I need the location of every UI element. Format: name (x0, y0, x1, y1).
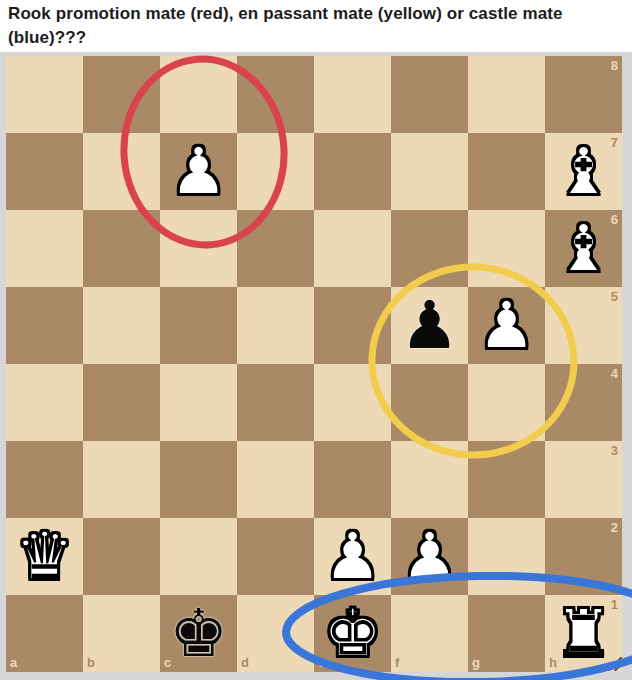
board-square[interactable] (83, 133, 160, 210)
board-square[interactable]: ♛ (6, 518, 83, 595)
board-square[interactable]: 2 (545, 518, 622, 595)
board-square[interactable]: e♚ (314, 595, 391, 672)
board-square[interactable] (6, 364, 83, 441)
board-square[interactable] (83, 287, 160, 364)
board-square[interactable] (314, 441, 391, 518)
board-square[interactable] (6, 56, 83, 133)
file-label: f (395, 656, 399, 669)
board-square[interactable] (83, 210, 160, 287)
piece-white-king[interactable]: ♚ (314, 595, 391, 672)
board-square[interactable] (314, 133, 391, 210)
board-square[interactable] (391, 364, 468, 441)
board-square[interactable]: 6♝ (545, 210, 622, 287)
board-square[interactable] (160, 287, 237, 364)
board-square[interactable] (314, 364, 391, 441)
board-square[interactable]: b (83, 595, 160, 672)
rank-label: 8 (611, 59, 618, 72)
board-square[interactable] (160, 441, 237, 518)
board-frame: 8♟7♝6♝♟♟543♛♟♟2abc♚de♚fg1h♜ (0, 52, 632, 680)
board-square[interactable]: ♟ (391, 518, 468, 595)
board-square[interactable]: c♚ (160, 595, 237, 672)
piece-white-pawn[interactable]: ♟ (160, 133, 237, 210)
board-square[interactable] (237, 56, 314, 133)
board-square[interactable]: a (6, 595, 83, 672)
board-square[interactable]: ♟ (314, 518, 391, 595)
piece-white-pawn[interactable]: ♟ (391, 518, 468, 595)
board-square[interactable] (6, 133, 83, 210)
board-square[interactable] (83, 441, 160, 518)
board-square[interactable] (468, 133, 545, 210)
board-square[interactable] (237, 441, 314, 518)
board-square[interactable]: 5 (545, 287, 622, 364)
board-square[interactable] (160, 518, 237, 595)
board-square[interactable] (468, 518, 545, 595)
board-square[interactable] (6, 287, 83, 364)
page-title: Rook promotion mate (red), en passant ma… (8, 2, 598, 50)
board-square[interactable] (160, 56, 237, 133)
file-label: d (241, 656, 249, 669)
board-square[interactable] (391, 210, 468, 287)
board-square[interactable] (237, 133, 314, 210)
board-square[interactable] (237, 518, 314, 595)
board-square[interactable]: 3 (545, 441, 622, 518)
rank-label: 3 (611, 444, 618, 457)
rank-label: 4 (611, 367, 618, 380)
piece-white-queen[interactable]: ♛ (6, 518, 83, 595)
piece-black-king[interactable]: ♚ (160, 595, 237, 672)
board-square[interactable] (237, 287, 314, 364)
board-square[interactable] (468, 56, 545, 133)
rank-label: 2 (611, 521, 618, 534)
board-square[interactable] (391, 441, 468, 518)
board-square[interactable] (314, 210, 391, 287)
board-square[interactable] (391, 133, 468, 210)
board-square[interactable] (391, 56, 468, 133)
piece-white-pawn[interactable]: ♟ (314, 518, 391, 595)
board-square[interactable]: 8 (545, 56, 622, 133)
board-square[interactable] (237, 210, 314, 287)
board-square[interactable] (160, 364, 237, 441)
board-square[interactable]: 4 (545, 364, 622, 441)
file-label: g (472, 656, 480, 669)
piece-white-bishop[interactable]: ♝ (545, 210, 622, 287)
file-label: a (10, 656, 17, 669)
board-square[interactable] (314, 287, 391, 364)
board-resize-handle-icon[interactable] (606, 655, 622, 671)
board-square[interactable] (468, 441, 545, 518)
board-square[interactable]: ♟ (468, 287, 545, 364)
rank-label: 5 (611, 290, 618, 303)
board-square[interactable] (6, 210, 83, 287)
board-square[interactable]: ♟ (160, 133, 237, 210)
piece-white-bishop[interactable]: ♝ (545, 133, 622, 210)
chess-board[interactable]: 8♟7♝6♝♟♟543♛♟♟2abc♚de♚fg1h♜ (6, 56, 622, 672)
board-square[interactable] (160, 210, 237, 287)
board-square[interactable]: 7♝ (545, 133, 622, 210)
board-square[interactable] (83, 518, 160, 595)
board-square[interactable]: f (391, 595, 468, 672)
board-square[interactable]: g (468, 595, 545, 672)
board-square[interactable] (314, 56, 391, 133)
file-label: b (87, 656, 95, 669)
piece-white-pawn[interactable]: ♟ (468, 287, 545, 364)
board-square[interactable] (468, 210, 545, 287)
board-square[interactable] (468, 364, 545, 441)
board-square[interactable] (237, 364, 314, 441)
board-square[interactable] (83, 56, 160, 133)
board-square[interactable]: d (237, 595, 314, 672)
board-square[interactable] (83, 364, 160, 441)
board-square[interactable] (6, 441, 83, 518)
board-square[interactable]: ♟ (391, 287, 468, 364)
piece-black-pawn[interactable]: ♟ (391, 287, 468, 364)
